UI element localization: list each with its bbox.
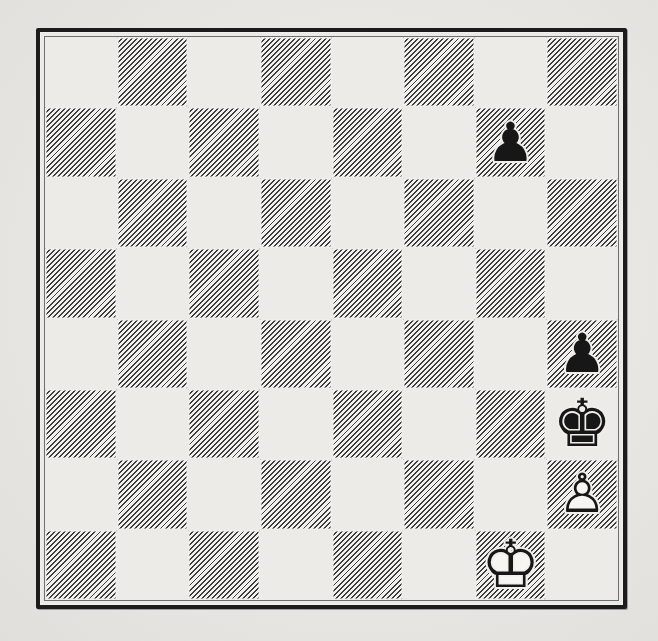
square-d1[interactable] (260, 530, 332, 600)
square-e3[interactable] (332, 389, 404, 459)
square-h7[interactable] (546, 107, 618, 177)
square-h4[interactable]: ♟ (546, 319, 618, 389)
square-h6[interactable] (546, 178, 618, 248)
square-e8[interactable] (332, 37, 404, 107)
square-b2[interactable] (117, 459, 189, 529)
square-g8[interactable] (475, 37, 547, 107)
square-c4[interactable] (188, 319, 260, 389)
square-f8[interactable] (403, 37, 475, 107)
square-f5[interactable] (403, 248, 475, 318)
square-g3[interactable] (475, 389, 547, 459)
square-f2[interactable] (403, 459, 475, 529)
square-g1[interactable]: ♚♔ (475, 530, 547, 600)
square-a2[interactable] (45, 459, 117, 529)
square-h5[interactable] (546, 248, 618, 318)
piece-white-king: ♚♔ (481, 532, 540, 598)
board-grid: ♟♟♚♟♙♚♔ (45, 37, 618, 600)
white-pawn-outline-glyph: ♙ (558, 467, 606, 521)
square-d6[interactable] (260, 178, 332, 248)
piece-black-pawn: ♟ (486, 116, 534, 170)
piece-black-pawn: ♟ (558, 327, 606, 381)
square-g2[interactable] (475, 459, 547, 529)
square-e7[interactable] (332, 107, 404, 177)
square-a8[interactable] (45, 37, 117, 107)
square-d4[interactable] (260, 319, 332, 389)
square-d8[interactable] (260, 37, 332, 107)
square-h2[interactable]: ♟♙ (546, 459, 618, 529)
square-b4[interactable] (117, 319, 189, 389)
square-a6[interactable] (45, 178, 117, 248)
square-a3[interactable] (45, 389, 117, 459)
square-f3[interactable] (403, 389, 475, 459)
square-f7[interactable] (403, 107, 475, 177)
square-b5[interactable] (117, 248, 189, 318)
square-b3[interactable] (117, 389, 189, 459)
square-b7[interactable] (117, 107, 189, 177)
square-e6[interactable] (332, 178, 404, 248)
chess-board: ♟♟♚♟♙♚♔ (36, 28, 627, 609)
square-e4[interactable] (332, 319, 404, 389)
square-g7[interactable]: ♟ (475, 107, 547, 177)
square-g4[interactable] (475, 319, 547, 389)
square-a7[interactable] (45, 107, 117, 177)
square-g6[interactable] (475, 178, 547, 248)
square-a5[interactable] (45, 248, 117, 318)
square-c8[interactable] (188, 37, 260, 107)
square-e5[interactable] (332, 248, 404, 318)
square-f6[interactable] (403, 178, 475, 248)
square-e2[interactable] (332, 459, 404, 529)
square-b1[interactable] (117, 530, 189, 600)
square-h1[interactable] (546, 530, 618, 600)
square-e1[interactable] (332, 530, 404, 600)
square-c6[interactable] (188, 178, 260, 248)
square-c2[interactable] (188, 459, 260, 529)
black-pawn-glyph: ♟ (486, 116, 534, 170)
square-c1[interactable] (188, 530, 260, 600)
square-h3[interactable]: ♚ (546, 389, 618, 459)
square-d7[interactable] (260, 107, 332, 177)
piece-black-king: ♚ (553, 391, 612, 457)
white-king-outline-glyph: ♔ (481, 532, 540, 598)
square-d3[interactable] (260, 389, 332, 459)
square-b8[interactable] (117, 37, 189, 107)
square-f1[interactable] (403, 530, 475, 600)
square-c7[interactable] (188, 107, 260, 177)
square-c3[interactable] (188, 389, 260, 459)
square-f4[interactable] (403, 319, 475, 389)
piece-white-pawn: ♟♙ (558, 467, 606, 521)
square-h8[interactable] (546, 37, 618, 107)
board-inner-frame: ♟♟♚♟♙♚♔ (44, 36, 619, 601)
square-a1[interactable] (45, 530, 117, 600)
square-a4[interactable] (45, 319, 117, 389)
black-king-glyph: ♚ (553, 391, 612, 457)
square-g5[interactable] (475, 248, 547, 318)
square-d2[interactable] (260, 459, 332, 529)
square-c5[interactable] (188, 248, 260, 318)
black-pawn-glyph: ♟ (558, 327, 606, 381)
square-d5[interactable] (260, 248, 332, 318)
square-b6[interactable] (117, 178, 189, 248)
